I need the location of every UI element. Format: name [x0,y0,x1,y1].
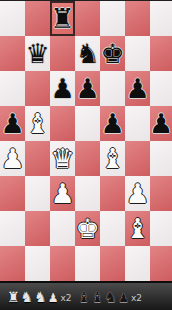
square-a6[interactable] [0,71,25,106]
square-f1[interactable] [125,246,150,281]
square-d2[interactable]: ♚ [75,211,100,246]
captured-black-pawn-count: x2 [131,294,142,303]
square-g1[interactable] [150,246,172,281]
square-d8[interactable] [75,1,100,36]
square-a7[interactable] [0,36,25,71]
black-pawn: ♟ [0,110,24,137]
square-d4[interactable] [75,141,100,176]
white-bishop: ♝ [125,215,149,242]
square-b4[interactable] [25,141,50,176]
square-g3[interactable] [150,176,172,211]
square-b1[interactable] [25,246,50,281]
captured-white-rook-icon-1: ♜ [7,290,20,304]
square-g8[interactable] [150,1,172,36]
square-a4[interactable]: ♟ [0,141,25,176]
black-knight: ♞ [75,40,99,67]
square-f4[interactable] [125,141,150,176]
square-e5[interactable]: ♟ [100,106,125,141]
black-pawn: ♟ [50,75,74,102]
square-f6[interactable]: ♟ [125,71,150,106]
square-e2[interactable] [100,211,125,246]
square-f3[interactable]: ♟ [125,176,150,211]
square-c1[interactable] [50,246,75,281]
white-queen: ♛ [50,145,74,172]
square-f8[interactable] [125,1,150,36]
white-bishop: ♝ [25,110,49,137]
square-d3[interactable] [75,176,100,211]
captured-black-bishop-icon-2: ♝ [91,290,104,304]
square-e6[interactable] [100,71,125,106]
square-c2[interactable] [50,211,75,246]
square-d7[interactable]: ♞ [75,36,100,71]
square-c8[interactable]: ♜ [50,1,75,36]
square-a2[interactable] [0,211,25,246]
square-e8[interactable] [100,1,125,36]
black-pawn: ♟ [100,110,124,137]
chess-app-screen: ♜♛♞♚♟♟♟♟♝♟♟♟♛♝♟♟♚♝ ♜♞♞♟x2 ♝♝♞♟x2 [0,0,172,310]
white-pawn: ♟ [0,145,24,172]
square-g4[interactable] [150,141,172,176]
square-d1[interactable] [75,246,100,281]
square-b5[interactable]: ♝ [25,106,50,141]
square-f2[interactable]: ♝ [125,211,150,246]
captured-pieces-bar: ♜♞♞♟x2 ♝♝♞♟x2 [0,281,172,310]
square-c5[interactable] [50,106,75,141]
square-g2[interactable] [150,211,172,246]
square-a3[interactable] [0,176,25,211]
white-bishop: ♝ [100,145,124,172]
square-a1[interactable] [0,246,25,281]
black-pawn: ♟ [125,75,149,102]
square-c4[interactable]: ♛ [50,141,75,176]
square-a8[interactable] [0,1,25,36]
black-queen: ♛ [25,40,49,67]
captured-white-pieces-tray: ♜♞♞♟x2 [7,290,72,304]
black-king: ♚ [100,40,124,67]
square-g7[interactable] [150,36,172,71]
square-c6[interactable]: ♟ [50,71,75,106]
square-e3[interactable] [100,176,125,211]
white-pawn: ♟ [50,180,74,207]
captured-black-pawn-icon: ♟ [118,292,129,304]
square-b7[interactable]: ♛ [25,36,50,71]
black-pawn: ♟ [75,75,99,102]
white-king: ♚ [75,215,99,242]
captured-black-knight-icon-3: ♞ [105,290,118,304]
square-e4[interactable]: ♝ [100,141,125,176]
captured-white-pawn-icon: ♟ [48,292,59,304]
square-b2[interactable] [25,211,50,246]
captured-white-pawn-count: x2 [60,294,71,303]
square-e1[interactable] [100,246,125,281]
captured-black-bishop-icon-1: ♝ [77,290,90,304]
square-f7[interactable] [125,36,150,71]
black-rook: ♜ [50,5,74,32]
white-pawn: ♟ [125,180,149,207]
square-c3[interactable]: ♟ [50,176,75,211]
square-f5[interactable] [125,106,150,141]
black-pawn: ♟ [149,110,172,137]
square-e7[interactable]: ♚ [100,36,125,71]
square-d6[interactable]: ♟ [75,71,100,106]
square-b3[interactable] [25,176,50,211]
captured-white-knight-icon-3: ♞ [34,290,47,304]
square-g6[interactable] [150,71,172,106]
square-c7[interactable] [50,36,75,71]
captured-white-knight-icon-2: ♞ [21,290,34,304]
square-g5[interactable]: ♟ [150,106,172,141]
square-b6[interactable] [25,71,50,106]
square-b8[interactable] [25,1,50,36]
square-a5[interactable]: ♟ [0,106,25,141]
square-d5[interactable] [75,106,100,141]
chess-board: ♜♛♞♚♟♟♟♟♝♟♟♟♛♝♟♟♚♝ [0,0,172,281]
captured-black-pieces-tray: ♝♝♞♟x2 [77,290,142,304]
